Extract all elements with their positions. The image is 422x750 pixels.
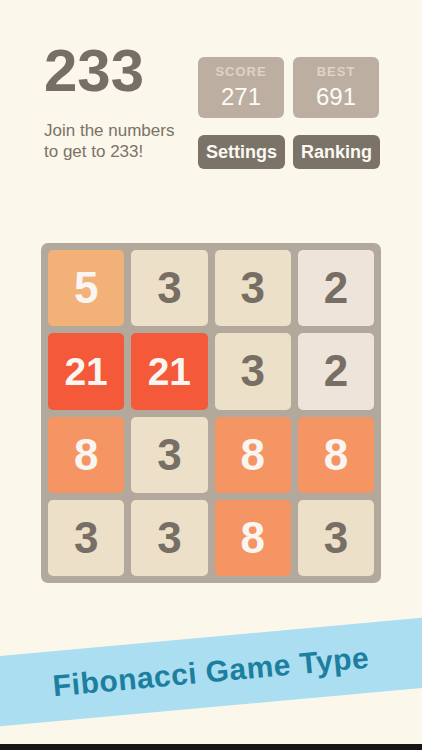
game-type-banner: Fibonacci Game Type <box>0 616 422 728</box>
tile-3: 3 <box>215 250 291 326</box>
best-value: 691 <box>316 83 356 111</box>
app-screen: 233 Join the numbers to get to 233! SCOR… <box>0 0 422 750</box>
game-board[interactable]: 533221213283883383 <box>41 243 381 583</box>
tile-8: 8 <box>48 417 124 493</box>
tile-8: 8 <box>215 500 291 576</box>
tile-2: 2 <box>298 250 374 326</box>
tile-3: 3 <box>48 500 124 576</box>
score-box: SCORE 271 <box>198 57 284 118</box>
tile-21: 21 <box>131 333 207 409</box>
bottom-bar <box>0 744 422 750</box>
tile-8: 8 <box>215 417 291 493</box>
game-type-banner-label: Fibonacci Game Type <box>51 641 370 704</box>
tile-3: 3 <box>298 500 374 576</box>
tile-2: 2 <box>298 333 374 409</box>
ranking-button[interactable]: Ranking <box>293 135 380 169</box>
tile-21: 21 <box>48 333 124 409</box>
tile-3: 3 <box>131 500 207 576</box>
settings-button[interactable]: Settings <box>198 135 285 169</box>
score-value: 271 <box>221 83 261 111</box>
score-label: SCORE <box>215 64 266 79</box>
best-label: BEST <box>317 64 356 79</box>
goal-subtitle: Join the numbers to get to 233! <box>44 120 174 162</box>
tile-3: 3 <box>215 333 291 409</box>
tile-5: 5 <box>48 250 124 326</box>
tile-3: 3 <box>131 250 207 326</box>
page-title: 233 <box>44 36 144 105</box>
best-box: BEST 691 <box>293 57 379 118</box>
tile-3: 3 <box>131 417 207 493</box>
tile-8: 8 <box>298 417 374 493</box>
